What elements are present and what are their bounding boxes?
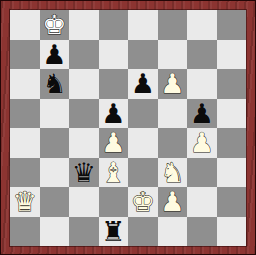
square-e2[interactable]: ♚ <box>128 187 158 217</box>
square-g8[interactable] <box>187 10 217 40</box>
square-d1[interactable]: ♜ <box>99 217 129 247</box>
square-g7[interactable] <box>187 40 217 70</box>
square-e1[interactable] <box>128 217 158 247</box>
square-g4[interactable]: ♟ <box>187 128 217 158</box>
chess-board: ♚♟♞♟♟♟♟♟♟♛♝♞♛♚♟♜ <box>10 10 246 246</box>
black-rook[interactable]: ♜ <box>101 217 125 247</box>
square-f3[interactable]: ♞ <box>158 158 188 188</box>
square-c6[interactable] <box>69 69 99 99</box>
square-h4[interactable] <box>217 128 247 158</box>
white-knight[interactable]: ♞ <box>160 158 184 188</box>
square-d3[interactable]: ♝ <box>99 158 129 188</box>
white-bishop[interactable]: ♝ <box>101 158 125 188</box>
square-g2[interactable] <box>187 187 217 217</box>
square-c4[interactable] <box>69 128 99 158</box>
square-f8[interactable] <box>158 10 188 40</box>
square-b6[interactable]: ♞ <box>40 69 70 99</box>
square-c8[interactable] <box>69 10 99 40</box>
square-d4[interactable]: ♟ <box>99 128 129 158</box>
square-c5[interactable] <box>69 99 99 129</box>
square-h5[interactable] <box>217 99 247 129</box>
square-a6[interactable] <box>10 69 40 99</box>
square-b5[interactable] <box>40 99 70 129</box>
square-e6[interactable]: ♟ <box>128 69 158 99</box>
square-a3[interactable] <box>10 158 40 188</box>
square-d8[interactable] <box>99 10 129 40</box>
square-g5[interactable]: ♟ <box>187 99 217 129</box>
square-h3[interactable] <box>217 158 247 188</box>
square-a5[interactable] <box>10 99 40 129</box>
white-king[interactable]: ♚ <box>131 187 155 217</box>
square-h7[interactable] <box>217 40 247 70</box>
square-a8[interactable] <box>10 10 40 40</box>
square-e8[interactable] <box>128 10 158 40</box>
square-c3[interactable]: ♛ <box>69 158 99 188</box>
square-c1[interactable] <box>69 217 99 247</box>
square-c2[interactable] <box>69 187 99 217</box>
square-e3[interactable] <box>128 158 158 188</box>
square-f2[interactable]: ♟ <box>158 187 188 217</box>
square-e5[interactable] <box>128 99 158 129</box>
black-king[interactable]: ♚ <box>42 10 66 40</box>
black-knight[interactable]: ♞ <box>42 69 66 99</box>
square-g1[interactable] <box>187 217 217 247</box>
square-f1[interactable] <box>158 217 188 247</box>
square-h6[interactable] <box>217 69 247 99</box>
square-e7[interactable] <box>128 40 158 70</box>
square-d5[interactable]: ♟ <box>99 99 129 129</box>
square-b8[interactable]: ♚ <box>40 10 70 40</box>
white-pawn[interactable]: ♟ <box>190 128 214 158</box>
square-b7[interactable]: ♟ <box>40 40 70 70</box>
square-d7[interactable] <box>99 40 129 70</box>
square-f7[interactable] <box>158 40 188 70</box>
square-g3[interactable] <box>187 158 217 188</box>
square-a1[interactable] <box>10 217 40 247</box>
square-f6[interactable]: ♟ <box>158 69 188 99</box>
white-pawn[interactable]: ♟ <box>101 128 125 158</box>
square-b3[interactable] <box>40 158 70 188</box>
square-b4[interactable] <box>40 128 70 158</box>
square-d2[interactable] <box>99 187 129 217</box>
square-h2[interactable] <box>217 187 247 217</box>
square-b1[interactable] <box>40 217 70 247</box>
square-d6[interactable] <box>99 69 129 99</box>
square-h8[interactable] <box>217 10 247 40</box>
square-e4[interactable] <box>128 128 158 158</box>
square-g6[interactable] <box>187 69 217 99</box>
black-queen[interactable]: ♛ <box>72 158 96 188</box>
white-queen[interactable]: ♛ <box>13 187 37 217</box>
square-a2[interactable]: ♛ <box>10 187 40 217</box>
black-pawn[interactable]: ♟ <box>101 99 125 129</box>
black-pawn[interactable]: ♟ <box>131 69 155 99</box>
square-c7[interactable] <box>69 40 99 70</box>
square-h1[interactable] <box>217 217 247 247</box>
square-b2[interactable] <box>40 187 70 217</box>
black-pawn[interactable]: ♟ <box>190 99 214 129</box>
white-pawn[interactable]: ♟ <box>160 187 184 217</box>
square-f4[interactable] <box>158 128 188 158</box>
square-a4[interactable] <box>10 128 40 158</box>
white-pawn[interactable]: ♟ <box>160 69 184 99</box>
square-a7[interactable] <box>10 40 40 70</box>
board-frame: ♚♟♞♟♟♟♟♟♟♛♝♞♛♚♟♜ <box>0 0 256 255</box>
black-pawn[interactable]: ♟ <box>42 40 66 70</box>
square-f5[interactable] <box>158 99 188 129</box>
